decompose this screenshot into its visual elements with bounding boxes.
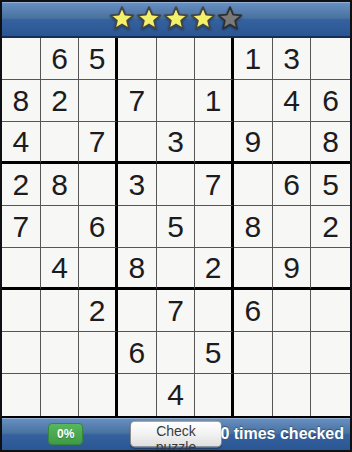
cell-r7c8[interactable] — [273, 290, 312, 332]
cell-r3c2[interactable] — [41, 122, 80, 164]
cell-r7c2[interactable] — [41, 290, 80, 332]
cell-r8c8[interactable] — [273, 332, 312, 374]
cell-r8c4[interactable]: 6 — [118, 332, 157, 374]
cell-r5c9[interactable]: 2 — [311, 206, 350, 248]
cell-r7c4[interactable] — [118, 290, 157, 332]
star-filled-icon — [190, 6, 216, 32]
cell-r1c4[interactable] — [118, 38, 157, 80]
cell-r3c9[interactable]: 8 — [311, 122, 350, 164]
cell-r8c7[interactable] — [234, 332, 273, 374]
cell-r8c1[interactable] — [2, 332, 41, 374]
cell-r8c3[interactable] — [79, 332, 118, 374]
cell-r1c2[interactable]: 6 — [41, 38, 80, 80]
cell-r2c9[interactable]: 6 — [311, 80, 350, 122]
cell-r5c2[interactable] — [41, 206, 80, 248]
cell-r9c9[interactable] — [311, 374, 350, 416]
cell-r6c8[interactable]: 9 — [273, 248, 312, 290]
star-filled-icon — [109, 6, 135, 32]
cell-r4c3[interactable] — [79, 164, 118, 206]
cell-r9c3[interactable] — [79, 374, 118, 416]
sudoku-app: 651382714647398283765765824829276654 0% … — [0, 0, 352, 452]
cell-r9c5[interactable]: 4 — [157, 374, 196, 416]
cell-r3c4[interactable] — [118, 122, 157, 164]
cell-r1c3[interactable]: 5 — [79, 38, 118, 80]
cell-r5c1[interactable]: 7 — [2, 206, 41, 248]
cell-r7c5[interactable]: 7 — [157, 290, 196, 332]
cell-r5c4[interactable] — [118, 206, 157, 248]
cell-r1c6[interactable] — [195, 38, 234, 80]
cell-r2c8[interactable]: 4 — [273, 80, 312, 122]
cell-r1c9[interactable] — [311, 38, 350, 80]
cell-r5c6[interactable] — [195, 206, 234, 248]
cell-r6c5[interactable] — [157, 248, 196, 290]
cell-r5c8[interactable] — [273, 206, 312, 248]
cell-r6c1[interactable] — [2, 248, 41, 290]
progress-badge: 0% — [48, 423, 83, 445]
check-puzzle-button[interactable]: Check puzzle — [130, 421, 222, 448]
star-filled-icon — [163, 6, 189, 32]
cell-r4c6[interactable]: 7 — [195, 164, 234, 206]
cell-r1c8[interactable]: 3 — [273, 38, 312, 80]
cell-r7c6[interactable] — [195, 290, 234, 332]
cell-r2c2[interactable]: 2 — [41, 80, 80, 122]
cell-r2c6[interactable]: 1 — [195, 80, 234, 122]
cell-r2c1[interactable]: 8 — [2, 80, 41, 122]
cell-r9c1[interactable] — [2, 374, 41, 416]
cell-r6c4[interactable]: 8 — [118, 248, 157, 290]
cell-r4c5[interactable] — [157, 164, 196, 206]
cell-r9c2[interactable] — [41, 374, 80, 416]
cell-r6c7[interactable] — [234, 248, 273, 290]
cell-r9c4[interactable] — [118, 374, 157, 416]
cell-r6c3[interactable] — [79, 248, 118, 290]
footer-toolbar: 0% Check puzzle 0 times checked — [2, 416, 350, 450]
cell-r6c2[interactable]: 4 — [41, 248, 80, 290]
cell-r8c9[interactable] — [311, 332, 350, 374]
cell-r3c3[interactable]: 7 — [79, 122, 118, 164]
cell-r3c8[interactable] — [273, 122, 312, 164]
cell-r4c8[interactable]: 6 — [273, 164, 312, 206]
star-filled-icon — [136, 6, 162, 32]
cell-r3c6[interactable] — [195, 122, 234, 164]
cell-r2c3[interactable] — [79, 80, 118, 122]
cell-r4c4[interactable]: 3 — [118, 164, 157, 206]
cell-r1c5[interactable] — [157, 38, 196, 80]
cell-r8c5[interactable] — [157, 332, 196, 374]
sudoku-grid: 651382714647398283765765824829276654 — [2, 38, 350, 416]
cell-r8c6[interactable]: 5 — [195, 332, 234, 374]
cell-r3c5[interactable]: 3 — [157, 122, 196, 164]
cell-r6c6[interactable]: 2 — [195, 248, 234, 290]
cell-r1c7[interactable]: 1 — [234, 38, 273, 80]
cell-r2c7[interactable] — [234, 80, 273, 122]
cell-r9c7[interactable] — [234, 374, 273, 416]
cell-r4c7[interactable] — [234, 164, 273, 206]
cell-r7c9[interactable] — [311, 290, 350, 332]
cell-r5c3[interactable]: 6 — [79, 206, 118, 248]
cell-r4c1[interactable]: 2 — [2, 164, 41, 206]
cell-r7c7[interactable]: 6 — [234, 290, 273, 332]
times-checked-label: 0 times checked — [220, 425, 344, 443]
cell-r8c2[interactable] — [41, 332, 80, 374]
cell-r3c1[interactable]: 4 — [2, 122, 41, 164]
cell-r4c2[interactable]: 8 — [41, 164, 80, 206]
cell-r2c5[interactable] — [157, 80, 196, 122]
cell-r6c9[interactable] — [311, 248, 350, 290]
cell-r9c6[interactable] — [195, 374, 234, 416]
difficulty-rating-bar — [2, 2, 350, 38]
cell-r4c9[interactable]: 5 — [311, 164, 350, 206]
cell-r1c1[interactable] — [2, 38, 41, 80]
cell-r2c4[interactable]: 7 — [118, 80, 157, 122]
cell-r5c7[interactable]: 8 — [234, 206, 273, 248]
cell-r3c7[interactable]: 9 — [234, 122, 273, 164]
cell-r7c3[interactable]: 2 — [79, 290, 118, 332]
cell-r5c5[interactable]: 5 — [157, 206, 196, 248]
cell-r7c1[interactable] — [2, 290, 41, 332]
star-empty-icon — [217, 6, 243, 32]
cell-r9c8[interactable] — [273, 374, 312, 416]
